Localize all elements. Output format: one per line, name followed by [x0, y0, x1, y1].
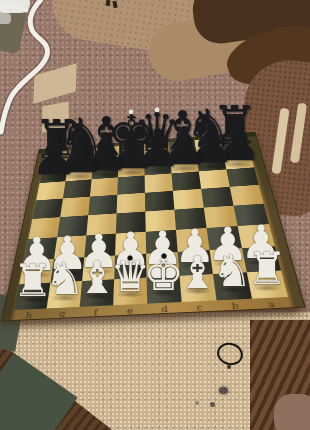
piece-black-pawn-h7[interactable]: ♟ [31, 130, 78, 182]
square-d5[interactable] [145, 191, 174, 212]
finial-dot [161, 253, 166, 258]
square-a5[interactable] [230, 185, 264, 206]
square-g5[interactable] [60, 197, 90, 218]
square-h5[interactable] [32, 199, 62, 219]
square-f5[interactable] [88, 195, 117, 216]
carpet-pattern-shape [274, 394, 310, 430]
carpet-spot [227, 365, 231, 369]
photo-scene: hgfedcba ♜♞♝♛♚♝♞♜♟♟♟♟♟♟♟♟♟♟♟♟♟♟♟♟♜♞♝♚♛♝♞… [0, 0, 310, 430]
rook-glyph: ♜ [13, 255, 53, 307]
piece-white-rook-a1[interactable]: ♜ [247, 247, 287, 292]
square-e5[interactable] [117, 193, 146, 214]
square-b5[interactable] [201, 187, 233, 208]
piece-white-knight-b1[interactable]: ♞ [212, 249, 252, 294]
rook-glyph: ♜ [247, 243, 287, 295]
piece-white-rook-h1[interactable]: ♜ [13, 259, 53, 304]
carpet-spot [210, 402, 215, 407]
pawn-glyph: ♟ [31, 126, 78, 186]
knight-glyph: ♞ [212, 245, 252, 297]
square-c5[interactable] [173, 189, 204, 210]
carpet-spot [219, 387, 228, 394]
finial-dot [128, 255, 133, 260]
carpet-spot [195, 401, 199, 405]
